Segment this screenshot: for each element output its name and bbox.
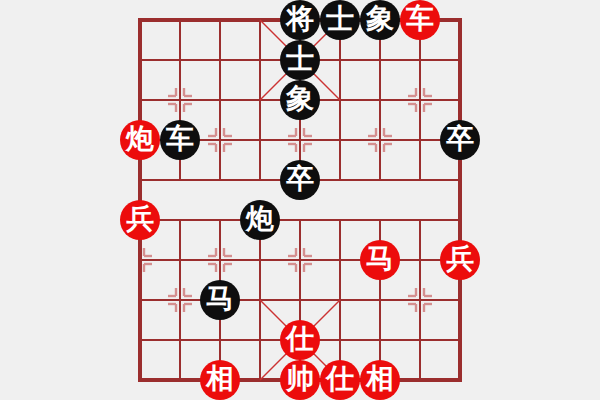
piece-glyph: 车 <box>166 125 194 153</box>
piece-red-elephant[interactable]: 相 <box>360 360 400 400</box>
piece-black-elephant[interactable]: 象 <box>280 80 320 120</box>
piece-glyph: 帅 <box>286 365 314 393</box>
piece-glyph: 士 <box>326 5 354 33</box>
piece-red-chariot[interactable]: 车 <box>400 0 440 40</box>
piece-black-general[interactable]: 将 <box>280 0 320 40</box>
piece-red-horse[interactable]: 马 <box>360 240 400 280</box>
piece-glyph: 炮 <box>126 125 154 153</box>
piece-red-pawn[interactable]: 兵 <box>440 240 480 280</box>
piece-glyph: 相 <box>206 365 234 393</box>
piece-red-elephant[interactable]: 相 <box>200 360 240 400</box>
piece-red-cannon[interactable]: 炮 <box>120 120 160 160</box>
piece-red-advisor[interactable]: 仕 <box>280 320 320 360</box>
piece-red-general[interactable]: 帅 <box>280 360 320 400</box>
piece-black-horse[interactable]: 马 <box>200 280 240 320</box>
piece-glyph: 马 <box>206 285 234 313</box>
piece-black-cannon[interactable]: 炮 <box>240 200 280 240</box>
piece-black-advisor[interactable]: 士 <box>280 40 320 80</box>
piece-black-pawn[interactable]: 卒 <box>440 120 480 160</box>
piece-black-pawn[interactable]: 卒 <box>280 160 320 200</box>
piece-glyph: 仕 <box>286 325 314 353</box>
piece-red-advisor[interactable]: 仕 <box>320 360 360 400</box>
xiangqi-board: 将士象车士象炮车卒卒兵炮马兵马仕相帅仕相 <box>0 0 600 400</box>
piece-red-pawn[interactable]: 兵 <box>120 200 160 240</box>
piece-black-chariot[interactable]: 车 <box>160 120 200 160</box>
piece-grid[interactable]: 将士象车士象炮车卒卒兵炮马兵马仕相帅仕相 <box>120 0 480 400</box>
piece-glyph: 士 <box>286 45 314 73</box>
piece-glyph: 相 <box>366 365 394 393</box>
piece-glyph: 象 <box>286 85 314 113</box>
piece-glyph: 兵 <box>126 205 154 233</box>
piece-black-elephant[interactable]: 象 <box>360 0 400 40</box>
piece-glyph: 象 <box>366 5 394 33</box>
piece-glyph: 仕 <box>326 365 354 393</box>
piece-glyph: 兵 <box>446 245 474 273</box>
piece-glyph: 将 <box>286 5 314 33</box>
piece-black-advisor[interactable]: 士 <box>320 0 360 40</box>
piece-glyph: 卒 <box>286 165 314 193</box>
piece-glyph: 卒 <box>446 125 474 153</box>
piece-glyph: 炮 <box>246 205 274 233</box>
piece-glyph: 马 <box>366 245 394 273</box>
piece-glyph: 车 <box>406 5 434 33</box>
